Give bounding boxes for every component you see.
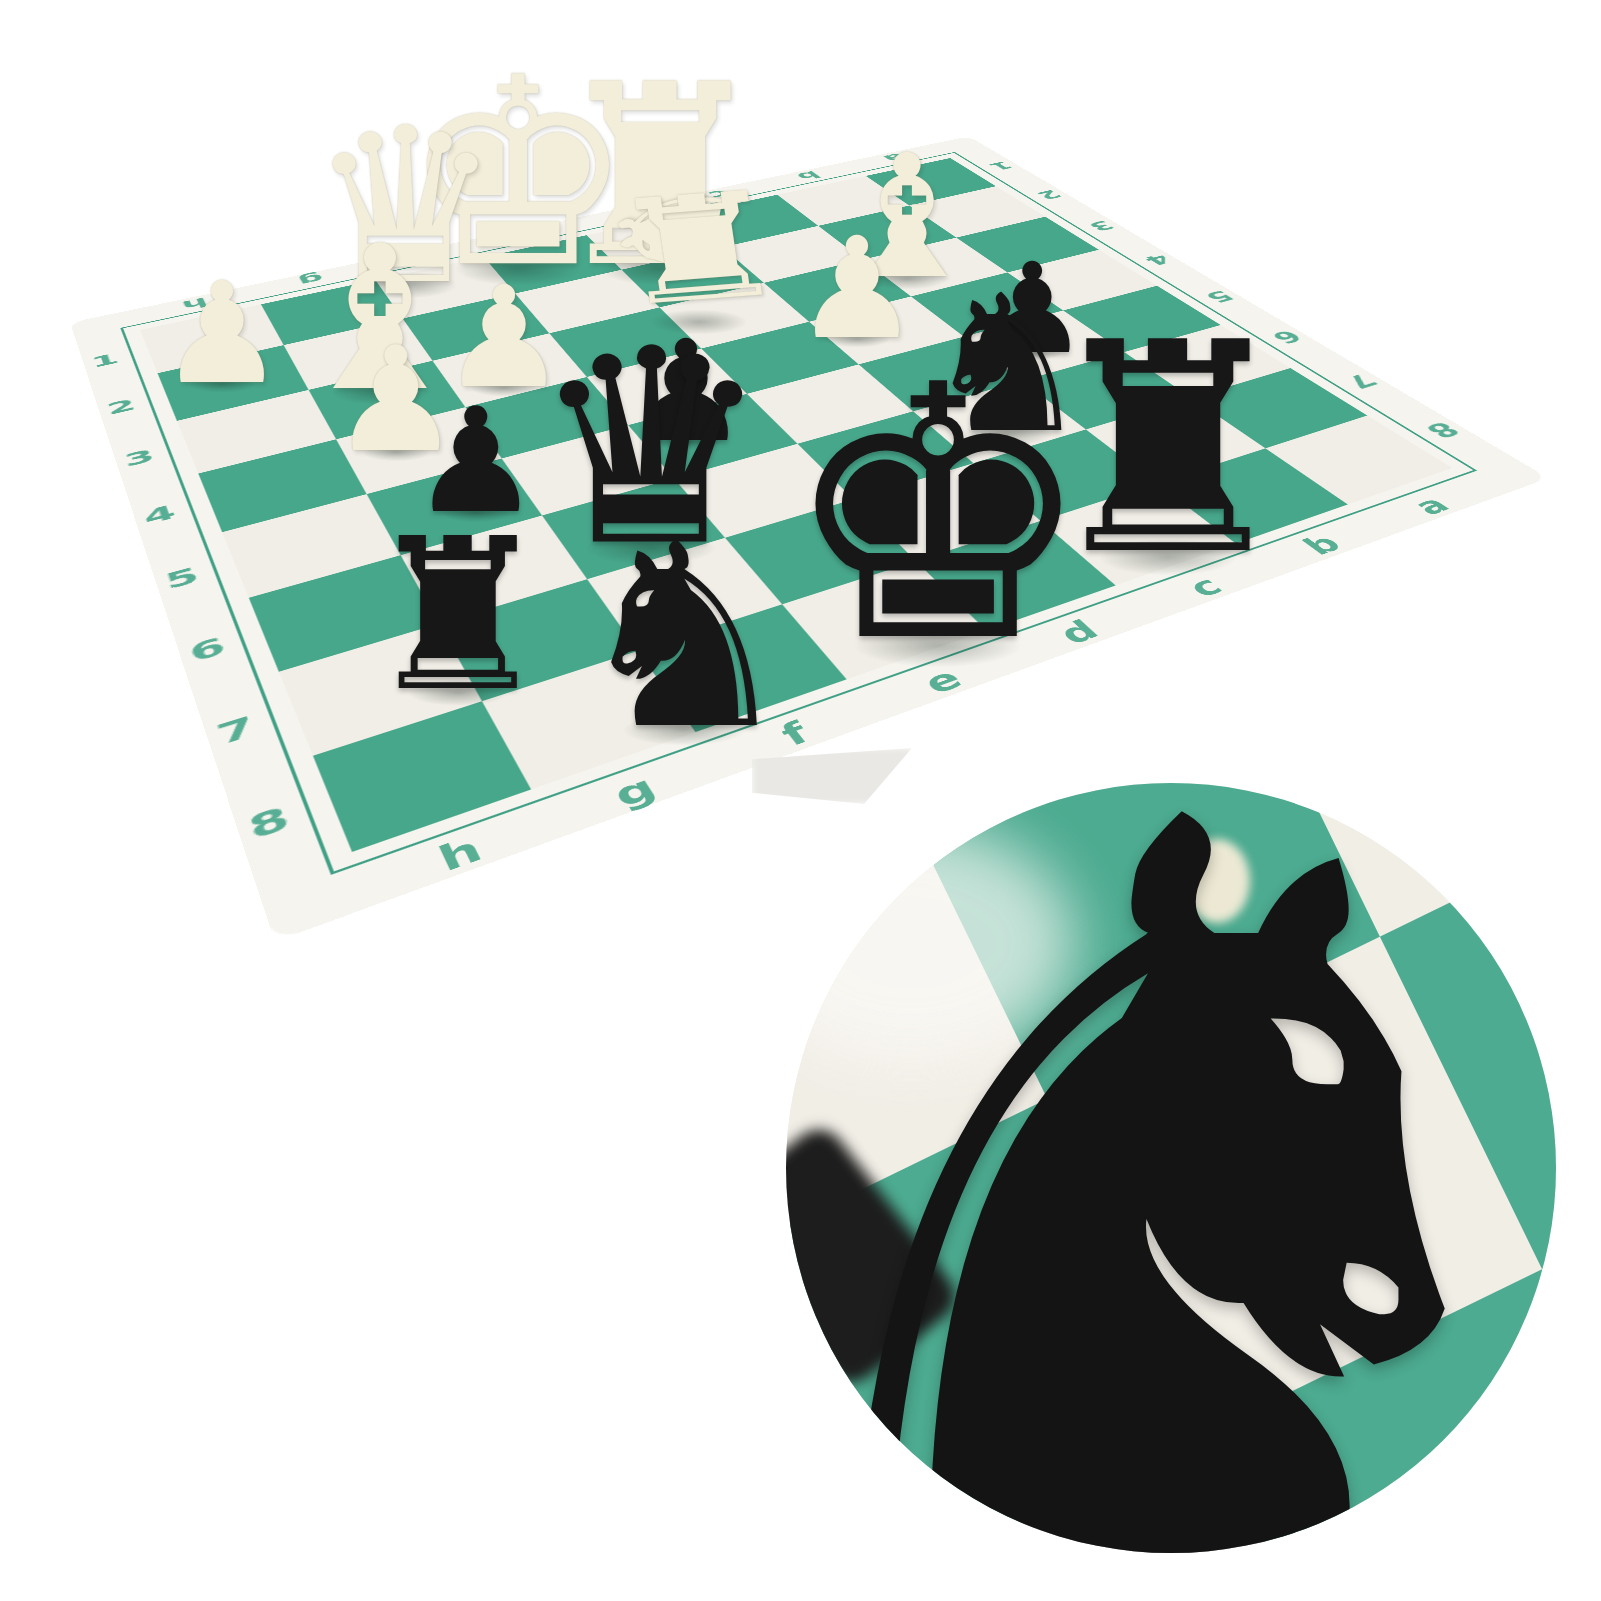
- rank-label-left-1: 1: [89, 351, 121, 370]
- rank-label-right-1: 1: [985, 160, 1016, 172]
- rank-label-left-6: 6: [186, 634, 229, 667]
- file-label-bottom-h: h: [433, 832, 487, 877]
- piece-white-pawn-h2: ♟: [159, 264, 285, 404]
- rank-label-right-4: 4: [1140, 252, 1176, 267]
- piece-black-king-e8: ♚: [781, 340, 1095, 690]
- rank-label-left-8: 8: [245, 802, 295, 845]
- rank-label-right-7: 7: [1339, 371, 1382, 391]
- file-label-bottom-a: a: [1407, 493, 1456, 518]
- inset-closeup-circle: ♞: [786, 783, 1556, 1553]
- rank-label-left-2: 2: [105, 396, 138, 417]
- rank-label-right-8: 8: [1419, 419, 1465, 441]
- rank-label-right-2: 2: [1033, 188, 1066, 201]
- piece-black-rook-h7: ♜: [364, 511, 552, 721]
- rank-label-left-5: 5: [162, 564, 202, 593]
- black-knight-closeup-icon: ♞: [786, 783, 1556, 1553]
- chess-set-product-photo: 11hh22gg33ff44ee55dd66cc77bb88aa ♜♚♛♞♟♝♜…: [0, 0, 1601, 1601]
- file-label-bottom-b: b: [1297, 531, 1348, 559]
- piece-black-knight-g8: ♞: [570, 509, 799, 764]
- rank-label-left-7: 7: [214, 712, 260, 749]
- rank-label-right-3: 3: [1084, 219, 1118, 233]
- rank-label-left-4: 4: [141, 502, 179, 528]
- rank-label-left-3: 3: [122, 447, 157, 470]
